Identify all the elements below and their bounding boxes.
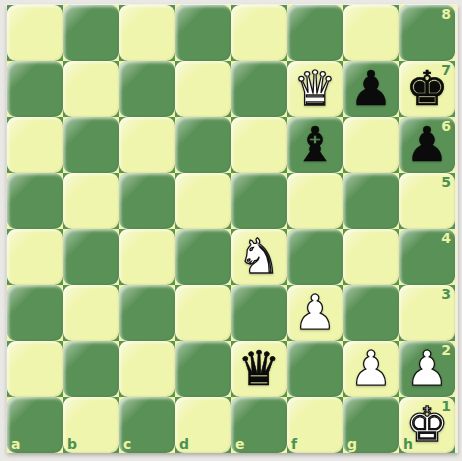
square-f7[interactable]: ♛ (287, 61, 343, 117)
square-tile (7, 173, 63, 229)
square-e6[interactable] (231, 117, 287, 173)
square-tile (63, 117, 119, 173)
square-tile (175, 5, 231, 61)
square-b4[interactable] (63, 229, 119, 285)
piece-black-king[interactable]: ♚ (399, 60, 455, 116)
rank-label-4: 4 (441, 231, 451, 245)
piece-black-pawn[interactable]: ♟ (399, 116, 455, 172)
square-f4[interactable] (287, 229, 343, 285)
rank-label-8: 8 (441, 7, 451, 21)
square-tile (175, 341, 231, 397)
square-tile (7, 285, 63, 341)
square-tile (119, 173, 175, 229)
square-a2[interactable] (7, 341, 63, 397)
square-f6[interactable]: ♝ (287, 117, 343, 173)
square-tile (231, 173, 287, 229)
file-label-d: d (179, 437, 189, 451)
square-tile (175, 117, 231, 173)
square-tile (287, 229, 343, 285)
square-a1[interactable]: a (7, 397, 63, 453)
square-tile (119, 229, 175, 285)
square-e2[interactable]: ♛ (231, 341, 287, 397)
square-d3[interactable] (175, 285, 231, 341)
rank-label-5: 5 (441, 175, 451, 189)
square-e1[interactable]: e (231, 397, 287, 453)
square-h3[interactable]: 3 (399, 285, 455, 341)
piece-white-pawn[interactable]: ♟ (399, 340, 455, 396)
square-tile (343, 117, 399, 173)
square-d4[interactable] (175, 229, 231, 285)
piece-black-pawn[interactable]: ♟ (343, 60, 399, 116)
square-f5[interactable] (287, 173, 343, 229)
square-c3[interactable] (119, 285, 175, 341)
file-label-g: g (347, 437, 357, 451)
square-a3[interactable] (7, 285, 63, 341)
square-g6[interactable] (343, 117, 399, 173)
square-d1[interactable]: d (175, 397, 231, 453)
square-e5[interactable] (231, 173, 287, 229)
square-g2[interactable]: ♟ (343, 341, 399, 397)
piece-white-knight[interactable]: ♞ (231, 228, 287, 284)
square-h7[interactable]: 7♚ (399, 61, 455, 117)
square-tile (119, 61, 175, 117)
square-a4[interactable] (7, 229, 63, 285)
square-d2[interactable] (175, 341, 231, 397)
square-a7[interactable] (7, 61, 63, 117)
square-tile (175, 173, 231, 229)
square-tile (231, 61, 287, 117)
square-e3[interactable] (231, 285, 287, 341)
square-c5[interactable] (119, 173, 175, 229)
square-tile (343, 285, 399, 341)
square-f8[interactable] (287, 5, 343, 61)
piece-white-queen[interactable]: ♛ (287, 60, 343, 116)
square-tile (63, 229, 119, 285)
square-tile (7, 61, 63, 117)
square-d7[interactable] (175, 61, 231, 117)
square-g8[interactable] (343, 5, 399, 61)
square-tile (7, 5, 63, 61)
square-tile (119, 285, 175, 341)
chess-board: 8♛♟7♚♝6♟5♞4♟3♛♟2♟abcdefgh1♚ (7, 5, 458, 453)
square-tile (63, 61, 119, 117)
square-tile (119, 5, 175, 61)
square-a5[interactable] (7, 173, 63, 229)
square-d8[interactable] (175, 5, 231, 61)
square-tile (287, 5, 343, 61)
square-g7[interactable]: ♟ (343, 61, 399, 117)
square-g1[interactable]: g (343, 397, 399, 453)
square-tile (119, 341, 175, 397)
square-tile (63, 5, 119, 61)
rank-label-3: 3 (441, 287, 451, 301)
piece-white-pawn[interactable]: ♟ (287, 284, 343, 340)
square-tile (343, 173, 399, 229)
square-c2[interactable] (119, 341, 175, 397)
square-b3[interactable] (63, 285, 119, 341)
square-a8[interactable] (7, 5, 63, 61)
square-tile (287, 341, 343, 397)
square-b1[interactable]: b (63, 397, 119, 453)
square-g5[interactable] (343, 173, 399, 229)
square-tile (63, 341, 119, 397)
page-background: { "game": "chess", "position": { "fen": … (0, 0, 462, 461)
square-b8[interactable] (63, 5, 119, 61)
square-b6[interactable] (63, 117, 119, 173)
square-tile (175, 229, 231, 285)
square-b2[interactable] (63, 341, 119, 397)
file-label-b: b (67, 437, 77, 451)
square-tile (7, 341, 63, 397)
square-e7[interactable] (231, 61, 287, 117)
square-tile (175, 285, 231, 341)
square-b5[interactable] (63, 173, 119, 229)
square-tile (343, 229, 399, 285)
piece-white-king[interactable]: ♚ (399, 396, 455, 452)
square-tile (287, 173, 343, 229)
square-f2[interactable] (287, 341, 343, 397)
square-h4[interactable]: 4 (399, 229, 455, 285)
file-label-a: a (11, 437, 20, 451)
file-label-e: e (235, 437, 245, 451)
square-tile (63, 285, 119, 341)
square-tile (231, 5, 287, 61)
square-g4[interactable] (343, 229, 399, 285)
square-f1[interactable]: f (287, 397, 343, 453)
square-d6[interactable] (175, 117, 231, 173)
square-c6[interactable] (119, 117, 175, 173)
piece-black-queen[interactable]: ♛ (231, 340, 287, 396)
square-c4[interactable] (119, 229, 175, 285)
square-h1[interactable]: h1♚ (399, 397, 455, 453)
square-tile (119, 117, 175, 173)
square-tile (231, 285, 287, 341)
piece-white-pawn[interactable]: ♟ (343, 340, 399, 396)
square-tile (343, 5, 399, 61)
square-g3[interactable] (343, 285, 399, 341)
piece-black-bishop[interactable]: ♝ (287, 116, 343, 172)
square-d5[interactable] (175, 173, 231, 229)
square-c8[interactable] (119, 5, 175, 61)
square-b7[interactable] (63, 61, 119, 117)
square-tile (7, 229, 63, 285)
square-h6[interactable]: 6♟ (399, 117, 455, 173)
square-c7[interactable] (119, 61, 175, 117)
file-label-f: f (291, 437, 297, 451)
square-tile (231, 117, 287, 173)
square-tile (175, 61, 231, 117)
square-a6[interactable] (7, 117, 63, 173)
square-c1[interactable]: c (119, 397, 175, 453)
square-tile (63, 173, 119, 229)
square-f3[interactable]: ♟ (287, 285, 343, 341)
square-e8[interactable] (231, 5, 287, 61)
square-e4[interactable]: ♞ (231, 229, 287, 285)
square-h5[interactable]: 5 (399, 173, 455, 229)
square-h2[interactable]: 2♟ (399, 341, 455, 397)
square-tile (7, 117, 63, 173)
file-label-c: c (123, 437, 131, 451)
square-h8[interactable]: 8 (399, 5, 455, 61)
